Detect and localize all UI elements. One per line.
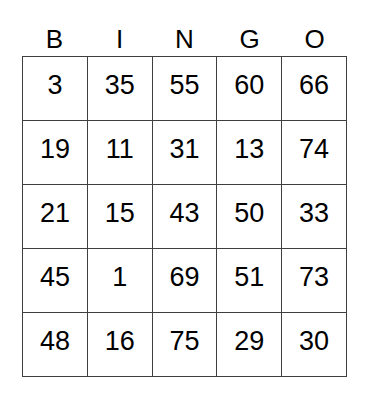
bingo-cell-r5c1[interactable]: 48	[23, 313, 88, 377]
bingo-grid: 3 35 55 60 66 19 11 31 13 74 21 15 43 50…	[22, 56, 347, 377]
bingo-cell-r2c5[interactable]: 74	[282, 121, 347, 185]
bingo-cell-r1c1[interactable]: 3	[23, 57, 88, 121]
bingo-cell-r1c5[interactable]: 66	[282, 57, 347, 121]
bingo-cell-r3c3[interactable]: 43	[153, 185, 218, 249]
bingo-card: B I N G O 3 35 55 60 66 19 11 31 13 74 2…	[22, 24, 347, 377]
header-letter-b: B	[46, 24, 63, 55]
header-letter-i: I	[116, 24, 123, 55]
bingo-cell-r4c3[interactable]: 69	[153, 249, 218, 313]
bingo-cell-r3c1[interactable]: 21	[23, 185, 88, 249]
header-letter-o: O	[304, 24, 324, 55]
bingo-cell-r5c4[interactable]: 29	[217, 313, 282, 377]
bingo-cell-r5c2[interactable]: 16	[88, 313, 153, 377]
bingo-cell-r4c4[interactable]: 51	[217, 249, 282, 313]
bingo-cell-r1c4[interactable]: 60	[217, 57, 282, 121]
header-letter-g: G	[239, 24, 259, 55]
bingo-cell-r3c2[interactable]: 15	[88, 185, 153, 249]
bingo-cell-r1c3[interactable]: 55	[153, 57, 218, 121]
bingo-cell-r2c4[interactable]: 13	[217, 121, 282, 185]
bingo-cell-r4c2[interactable]: 1	[88, 249, 153, 313]
bingo-cell-r3c5[interactable]: 33	[282, 185, 347, 249]
bingo-cell-r2c2[interactable]: 11	[88, 121, 153, 185]
bingo-cell-r4c1[interactable]: 45	[23, 249, 88, 313]
page-background: { "game": "bingo", "position": { "notati…	[0, 0, 368, 400]
header-letter-n: N	[175, 24, 194, 55]
bingo-header: B I N G O	[22, 24, 347, 54]
bingo-cell-r1c2[interactable]: 35	[88, 57, 153, 121]
bingo-cell-r4c5[interactable]: 73	[282, 249, 347, 313]
bingo-cell-r2c1[interactable]: 19	[23, 121, 88, 185]
bingo-cell-r3c4[interactable]: 50	[217, 185, 282, 249]
bingo-cell-r5c3[interactable]: 75	[153, 313, 218, 377]
bingo-cell-r5c5[interactable]: 30	[282, 313, 347, 377]
bingo-cell-r2c3[interactable]: 31	[153, 121, 218, 185]
